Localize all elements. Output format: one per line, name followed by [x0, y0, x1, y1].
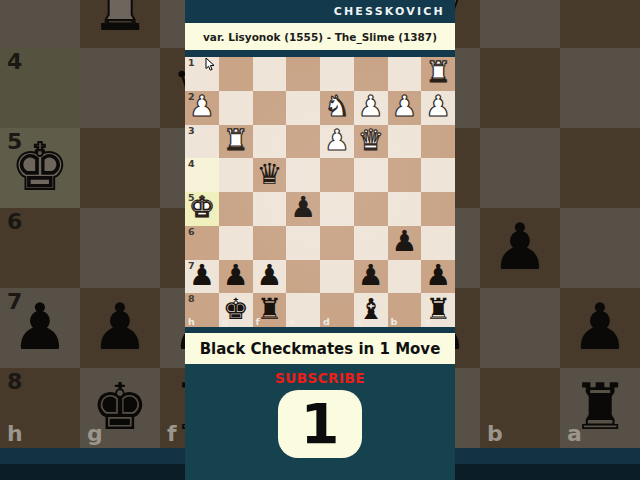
square-a7[interactable]: ♟ [421, 260, 455, 294]
square-h5[interactable]: 5♚ [185, 192, 219, 226]
black-pawn: ♟ [91, 295, 148, 359]
white-pawn: ♟ [425, 92, 451, 121]
square-b8[interactable]: b [388, 293, 422, 327]
white-king: ♚ [11, 135, 68, 199]
square-a8: a♜ [560, 368, 640, 448]
black-pawn: ♟ [571, 295, 628, 359]
square-a4 [560, 48, 640, 128]
square-d5[interactable] [320, 192, 354, 226]
channel-header: CHESSKOVICH [185, 0, 455, 23]
white-king: ♚ [189, 193, 215, 222]
file-label-e: e [289, 317, 295, 327]
square-g7[interactable]: ♟ [219, 260, 253, 294]
square-g1[interactable] [219, 57, 253, 91]
white-knight: ♞ [324, 92, 350, 121]
square-g2[interactable] [219, 91, 253, 125]
square-g4[interactable] [219, 158, 253, 192]
square-d1[interactable] [320, 57, 354, 91]
square-h3: 3 [0, 0, 80, 48]
black-pawn: ♟ [189, 261, 215, 290]
black-pawn: ♟ [223, 261, 249, 290]
white-pawn: ♟ [189, 92, 215, 121]
square-h5: 5♚ [0, 128, 80, 208]
square-f2[interactable] [253, 91, 287, 125]
square-d7[interactable] [320, 260, 354, 294]
square-c8[interactable]: c♝ [354, 293, 388, 327]
rank-label-6: 6 [188, 227, 195, 237]
square-b3 [480, 0, 560, 48]
black-pawn: ♟ [491, 215, 548, 279]
black-pawn: ♟ [11, 295, 68, 359]
square-d4[interactable] [320, 158, 354, 192]
square-f3[interactable] [253, 125, 287, 159]
file-label-b: b [487, 423, 503, 445]
square-h7[interactable]: 7♟ [185, 260, 219, 294]
square-g6 [80, 208, 160, 288]
square-b4 [480, 48, 560, 128]
players-banner-text: var. Lisyonok (1555) - The_Slime (1387) [203, 31, 437, 43]
players-banner: var. Lisyonok (1555) - The_Slime (1387) [185, 23, 455, 50]
square-b3[interactable] [388, 125, 422, 159]
square-h7: 7♟ [0, 288, 80, 368]
square-d3[interactable]: ♟ [320, 125, 354, 159]
square-a7: ♟ [560, 288, 640, 368]
file-label-d: d [323, 317, 330, 327]
move-count-number: 1 [301, 396, 340, 452]
rank-label-3: 3 [188, 126, 195, 136]
white-pawn: ♟ [358, 92, 384, 121]
square-a6 [560, 208, 640, 288]
square-c3[interactable]: ♛ [354, 125, 388, 159]
square-b7 [480, 288, 560, 368]
file-label-h: h [7, 423, 23, 445]
square-c1[interactable] [354, 57, 388, 91]
square-b1[interactable] [388, 57, 422, 91]
black-pawn: ♟ [425, 261, 451, 290]
square-e1[interactable] [286, 57, 320, 91]
rank-label-8: 8 [188, 294, 195, 304]
puzzle-caption-text: Black Checkmates in 1 Move [200, 340, 441, 358]
square-a4[interactable] [421, 158, 455, 192]
square-d6[interactable] [320, 226, 354, 260]
square-b8: b [480, 368, 560, 448]
square-b4[interactable] [388, 158, 422, 192]
square-d2[interactable]: ♞ [320, 91, 354, 125]
square-g3[interactable]: ♜ [219, 125, 253, 159]
black-king: ♚ [223, 295, 249, 324]
black-bishop: ♝ [358, 295, 384, 324]
rank-label-1: 1 [188, 58, 195, 68]
square-h4[interactable]: 4 [185, 158, 219, 192]
white-rook: ♜ [425, 58, 451, 87]
square-g5 [80, 128, 160, 208]
square-b7[interactable] [388, 260, 422, 294]
white-rook: ♜ [223, 126, 249, 155]
square-b2[interactable]: ♟ [388, 91, 422, 125]
square-b6[interactable]: ♟ [388, 226, 422, 260]
square-a8[interactable]: a♜ [421, 293, 455, 327]
square-a2[interactable]: ♟ [421, 91, 455, 125]
square-g8: g♚ [80, 368, 160, 448]
square-c6[interactable] [354, 226, 388, 260]
square-g7: ♟ [80, 288, 160, 368]
square-f4[interactable]: ♛ [253, 158, 287, 192]
square-g6[interactable] [219, 226, 253, 260]
square-f1[interactable] [253, 57, 287, 91]
square-b5 [480, 128, 560, 208]
phone-panel: CHESSKOVICH var. Lisyonok (1555) - The_S… [185, 0, 455, 480]
square-e7[interactable] [286, 260, 320, 294]
square-h2[interactable]: 2♟ [185, 91, 219, 125]
rank-label-4: 4 [188, 159, 195, 169]
file-label-h: h [188, 317, 195, 327]
black-pawn: ♟ [256, 261, 282, 290]
square-h8[interactable]: 8h [185, 293, 219, 327]
square-c2[interactable]: ♟ [354, 91, 388, 125]
white-queen: ♛ [358, 126, 384, 155]
square-a1[interactable]: ♜ [421, 57, 455, 91]
square-b6: ♟ [480, 208, 560, 288]
white-rook: ♜ [91, 0, 148, 39]
black-rook: ♜ [256, 295, 282, 324]
square-f6[interactable] [253, 226, 287, 260]
black-rook: ♜ [425, 295, 451, 324]
square-g4 [80, 48, 160, 128]
square-a6[interactable] [421, 226, 455, 260]
square-h8: 8h [0, 368, 80, 448]
black-rook: ♜ [571, 375, 628, 439]
square-a3 [560, 0, 640, 48]
channel-brand: CHESSKOVICH [334, 5, 445, 18]
square-c5[interactable] [354, 192, 388, 226]
square-d8[interactable]: d [320, 293, 354, 327]
black-king: ♚ [91, 375, 148, 439]
rank-label-6: 6 [7, 211, 22, 233]
square-a5 [560, 128, 640, 208]
square-f8[interactable]: f♜ [253, 293, 287, 327]
black-pawn: ♟ [391, 227, 417, 256]
square-h6: 6 [0, 208, 80, 288]
square-g5[interactable] [219, 192, 253, 226]
square-c4[interactable] [354, 158, 388, 192]
rank-label-8: 8 [7, 371, 22, 393]
board-wrap: 1♜2♟♞♟♟♟3♜♟♛4♛5♚♟6♟7♟♟♟♟♟8hg♚f♜edc♝ba♜ [185, 57, 455, 327]
white-pawn: ♟ [391, 92, 417, 121]
square-e6[interactable] [286, 226, 320, 260]
square-e5[interactable]: ♟ [286, 192, 320, 226]
square-h4: 4 [0, 48, 80, 128]
puzzle-caption-banner: Black Checkmates in 1 Move [185, 333, 455, 364]
separator [185, 50, 455, 57]
square-f7[interactable]: ♟ [253, 260, 287, 294]
square-a3[interactable] [421, 125, 455, 159]
chess-board: 1♜2♟♞♟♟♟3♜♟♛4♛5♚♟6♟7♟♟♟♟♟8hg♚f♜edc♝ba♜ [185, 57, 455, 327]
black-queen: ♛ [256, 160, 282, 189]
square-b5[interactable] [388, 192, 422, 226]
square-e2[interactable] [286, 91, 320, 125]
mouse-cursor-icon [205, 57, 216, 72]
cta-section: SUBSCRIBE 1 [185, 364, 455, 480]
square-e4[interactable] [286, 158, 320, 192]
rank-label-4: 4 [7, 51, 22, 73]
white-pawn: ♟ [324, 126, 350, 155]
black-pawn: ♟ [358, 261, 384, 290]
square-h6[interactable]: 6 [185, 226, 219, 260]
square-g3: ♜ [80, 0, 160, 48]
square-c7[interactable]: ♟ [354, 260, 388, 294]
black-pawn: ♟ [290, 193, 316, 222]
file-label-b: b [391, 317, 398, 327]
video-frame: 1♜2♟♞♟♟♟3♜♟♛4♛5♚♟6♟7♟♟♟♟♟8hg♚f♜edc♝ba♜ C… [0, 0, 640, 480]
square-e3[interactable] [286, 125, 320, 159]
square-f5[interactable] [253, 192, 287, 226]
square-e8[interactable]: e [286, 293, 320, 327]
move-count-badge: 1 [278, 390, 362, 458]
square-h3[interactable]: 3 [185, 125, 219, 159]
square-g8[interactable]: g♚ [219, 293, 253, 327]
square-a5[interactable] [421, 192, 455, 226]
subscribe-button[interactable]: SUBSCRIBE [275, 370, 365, 386]
